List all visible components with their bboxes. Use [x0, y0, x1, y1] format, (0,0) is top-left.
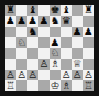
- square-h5[interactable]: [83, 37, 94, 48]
- white-rook[interactable]: ♖: [84, 80, 93, 90]
- square-f6[interactable]: [61, 27, 72, 38]
- square-d4[interactable]: [38, 48, 49, 59]
- square-h4[interactable]: [83, 48, 94, 59]
- square-a6[interactable]: [5, 27, 16, 38]
- square-a3[interactable]: [5, 59, 16, 70]
- black-pawn[interactable]: ♟: [73, 27, 82, 37]
- black-king[interactable]: ♚: [51, 5, 60, 15]
- square-b1[interactable]: [16, 80, 27, 91]
- square-a5[interactable]: [5, 37, 16, 48]
- white-pawn[interactable]: ♙: [17, 70, 26, 80]
- square-g3[interactable]: ♕: [72, 59, 83, 70]
- white-pawn[interactable]: ♙: [28, 70, 37, 80]
- square-c8[interactable]: ♝: [27, 5, 38, 16]
- black-knight[interactable]: ♞: [51, 16, 60, 26]
- black-pawn[interactable]: ♟: [51, 37, 60, 47]
- square-c1[interactable]: [27, 80, 38, 91]
- square-h6[interactable]: ♟: [83, 27, 94, 38]
- square-g4[interactable]: [72, 48, 83, 59]
- square-f1[interactable]: ♗: [61, 80, 72, 91]
- white-pawn[interactable]: ♙: [6, 70, 15, 80]
- white-rook[interactable]: ♖: [6, 80, 15, 90]
- white-bishop[interactable]: ♗: [62, 80, 71, 90]
- square-b5[interactable]: ♘: [16, 37, 27, 48]
- square-f7[interactable]: ♛: [61, 16, 72, 27]
- square-d1[interactable]: [38, 80, 49, 91]
- square-a7[interactable]: ♟: [5, 16, 16, 27]
- square-b6[interactable]: [16, 27, 27, 38]
- square-e2[interactable]: [50, 70, 61, 81]
- square-e8[interactable]: ♚: [50, 5, 61, 16]
- square-e5[interactable]: ♟: [50, 37, 61, 48]
- square-c4[interactable]: [27, 48, 38, 59]
- white-bishop[interactable]: ♗: [51, 59, 60, 69]
- square-a8[interactable]: ♜: [5, 5, 16, 16]
- square-d7[interactable]: ♟: [38, 16, 49, 27]
- square-f3[interactable]: [61, 59, 72, 70]
- square-h8[interactable]: ♜: [83, 5, 94, 16]
- square-b2[interactable]: ♙: [16, 70, 27, 81]
- black-pawn[interactable]: ♟: [6, 16, 15, 26]
- square-f8[interactable]: ♝: [61, 5, 72, 16]
- white-knight[interactable]: ♘: [51, 48, 60, 58]
- black-bishop[interactable]: ♝: [62, 5, 71, 15]
- chess-board: ♜♝♚♝♜♟♟♟♟♞♛♞♟♟♘♟♘♙♗♕♙♙♙♙♙♙♖♔♗♖: [4, 4, 95, 92]
- square-g6[interactable]: ♟: [72, 27, 83, 38]
- white-pawn[interactable]: ♙: [84, 70, 93, 80]
- square-c7[interactable]: ♟: [27, 16, 38, 27]
- square-d3[interactable]: ♙: [38, 59, 49, 70]
- black-pawn[interactable]: ♟: [28, 16, 37, 26]
- black-pawn[interactable]: ♟: [84, 27, 93, 37]
- square-d8[interactable]: [38, 5, 49, 16]
- square-h2[interactable]: ♙: [83, 70, 94, 81]
- black-rook[interactable]: ♜: [6, 5, 15, 15]
- square-g2[interactable]: ♙: [72, 70, 83, 81]
- square-c3[interactable]: [27, 59, 38, 70]
- square-e6[interactable]: [50, 27, 61, 38]
- square-a2[interactable]: ♙: [5, 70, 16, 81]
- square-c6[interactable]: ♞: [27, 27, 38, 38]
- chess-app-window: ♜♝♚♝♜♟♟♟♟♞♛♞♟♟♘♟♘♙♗♕♙♙♙♙♙♙♖♔♗♖: [0, 0, 99, 96]
- square-g7[interactable]: [72, 16, 83, 27]
- square-e1[interactable]: ♔: [50, 80, 61, 91]
- square-h3[interactable]: [83, 59, 94, 70]
- black-pawn[interactable]: ♟: [17, 16, 26, 26]
- square-f5[interactable]: [61, 37, 72, 48]
- square-d6[interactable]: [38, 27, 49, 38]
- square-g5[interactable]: [72, 37, 83, 48]
- square-g8[interactable]: [72, 5, 83, 16]
- square-a4[interactable]: [5, 48, 16, 59]
- white-pawn[interactable]: ♙: [39, 59, 48, 69]
- square-g1[interactable]: [72, 80, 83, 91]
- white-pawn[interactable]: ♙: [62, 70, 71, 80]
- square-d2[interactable]: [38, 70, 49, 81]
- square-d5[interactable]: [38, 37, 49, 48]
- square-a1[interactable]: ♖: [5, 80, 16, 91]
- black-rook[interactable]: ♜: [84, 5, 93, 15]
- square-c2[interactable]: ♙: [27, 70, 38, 81]
- black-bishop[interactable]: ♝: [28, 5, 37, 15]
- white-queen[interactable]: ♕: [73, 59, 82, 69]
- square-b7[interactable]: ♟: [16, 16, 27, 27]
- square-c5[interactable]: [27, 37, 38, 48]
- square-f2[interactable]: ♙: [61, 70, 72, 81]
- square-h7[interactable]: [83, 16, 94, 27]
- square-b4[interactable]: [16, 48, 27, 59]
- square-e4[interactable]: ♘: [50, 48, 61, 59]
- black-knight[interactable]: ♞: [28, 27, 37, 37]
- square-f4[interactable]: [61, 48, 72, 59]
- black-queen[interactable]: ♛: [62, 16, 71, 26]
- square-b8[interactable]: [16, 5, 27, 16]
- square-h1[interactable]: ♖: [83, 80, 94, 91]
- square-e3[interactable]: ♗: [50, 59, 61, 70]
- white-knight[interactable]: ♘: [17, 37, 26, 47]
- white-king[interactable]: ♔: [51, 80, 60, 90]
- square-b3[interactable]: [16, 59, 27, 70]
- white-pawn[interactable]: ♙: [73, 70, 82, 80]
- black-pawn[interactable]: ♟: [39, 16, 48, 26]
- square-e7[interactable]: ♞: [50, 16, 61, 27]
